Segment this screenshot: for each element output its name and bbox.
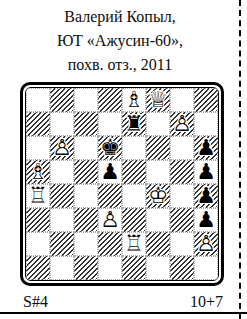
square-e1 bbox=[122, 256, 146, 280]
page-bottom-rule bbox=[0, 312, 247, 314]
piece-glyph: ♙ bbox=[50, 136, 74, 160]
square-c3 bbox=[74, 208, 98, 232]
square-h6: ♟♟ bbox=[194, 136, 218, 160]
piece-glyph: ♜ bbox=[122, 112, 146, 136]
square-g3 bbox=[170, 208, 194, 232]
square-g5 bbox=[170, 160, 194, 184]
chess-board: ♝♗♛♕♜♜♟♙♟♙♚♚♟♟♝♗♟♟♟♟♜♖♚♔♟♟♟♙♟♟♜♖♟♙ bbox=[20, 82, 224, 286]
square-f8: ♛♕ bbox=[146, 88, 170, 112]
chess-board-grid: ♝♗♛♕♜♜♟♙♟♙♚♚♟♟♝♗♟♟♟♟♜♖♚♔♟♟♟♙♟♟♜♖♟♙ bbox=[26, 88, 218, 280]
problem-diagram-page: Валерий Копыл, ЮТ «Ажусин-60», похв. отз… bbox=[0, 0, 247, 319]
piece-bP-h6: ♟♟ bbox=[194, 136, 218, 160]
square-f6 bbox=[146, 136, 170, 160]
square-a2 bbox=[26, 232, 50, 256]
square-h5: ♟♟ bbox=[194, 160, 218, 184]
square-h4: ♟♟ bbox=[194, 184, 218, 208]
square-e8: ♝♗ bbox=[122, 88, 146, 112]
piece-wB-e8: ♝♗ bbox=[122, 88, 146, 112]
square-e4 bbox=[122, 184, 146, 208]
piece-glyph: ♔ bbox=[146, 184, 170, 208]
square-a6 bbox=[26, 136, 50, 160]
square-b5 bbox=[50, 160, 74, 184]
piece-glyph: ♖ bbox=[26, 184, 50, 208]
piece-glyph: ♙ bbox=[170, 112, 194, 136]
square-f4: ♚♔ bbox=[146, 184, 170, 208]
square-c7 bbox=[74, 112, 98, 136]
piece-glyph: ♟ bbox=[98, 160, 122, 184]
square-d7 bbox=[98, 112, 122, 136]
square-h2: ♟♙ bbox=[194, 232, 218, 256]
square-g4 bbox=[170, 184, 194, 208]
piece-glyph: ♚ bbox=[98, 136, 122, 160]
square-f3 bbox=[146, 208, 170, 232]
piece-glyph: ♕ bbox=[146, 88, 170, 112]
square-c2 bbox=[74, 232, 98, 256]
square-b6: ♟♙ bbox=[50, 136, 74, 160]
problem-title: Валерий Копыл, ЮТ «Ажусин-60», похв. отз… bbox=[0, 5, 240, 77]
square-a8 bbox=[26, 88, 50, 112]
square-f1 bbox=[146, 256, 170, 280]
square-e5 bbox=[122, 160, 146, 184]
piece-glyph: ♟ bbox=[194, 208, 218, 232]
piece-wQ-f8: ♛♕ bbox=[146, 88, 170, 112]
square-a1 bbox=[26, 256, 50, 280]
square-g2 bbox=[170, 232, 194, 256]
square-g8 bbox=[170, 88, 194, 112]
piece-wB-a5: ♝♗ bbox=[26, 160, 50, 184]
square-e2: ♜♖ bbox=[122, 232, 146, 256]
square-b7 bbox=[50, 112, 74, 136]
title-award-line: похв. отз., 2011 bbox=[0, 53, 240, 77]
square-f5 bbox=[146, 160, 170, 184]
title-source-line: ЮТ «Ажусин-60», bbox=[0, 29, 240, 53]
square-e6 bbox=[122, 136, 146, 160]
piece-bP-h5: ♟♟ bbox=[194, 160, 218, 184]
piece-glyph: ♟ bbox=[194, 136, 218, 160]
piece-glyph: ♙ bbox=[98, 208, 122, 232]
square-g7: ♟♙ bbox=[170, 112, 194, 136]
square-c4 bbox=[74, 184, 98, 208]
piece-glyph: ♟ bbox=[194, 184, 218, 208]
square-f2 bbox=[146, 232, 170, 256]
square-h1 bbox=[194, 256, 218, 280]
title-author-line: Валерий Копыл, bbox=[0, 5, 240, 29]
square-d4 bbox=[98, 184, 122, 208]
square-g6 bbox=[170, 136, 194, 160]
square-c1 bbox=[74, 256, 98, 280]
square-h3: ♟♟ bbox=[194, 208, 218, 232]
square-d5: ♟♟ bbox=[98, 160, 122, 184]
square-a4: ♜♖ bbox=[26, 184, 50, 208]
square-b3 bbox=[50, 208, 74, 232]
piece-bR-e7: ♜♜ bbox=[122, 112, 146, 136]
square-c8 bbox=[74, 88, 98, 112]
square-g1 bbox=[170, 256, 194, 280]
square-b1 bbox=[50, 256, 74, 280]
square-b8 bbox=[50, 88, 74, 112]
piece-wP-b6: ♟♙ bbox=[50, 136, 74, 160]
caption-row: S#4 10+7 bbox=[23, 292, 223, 312]
square-e7: ♜♜ bbox=[122, 112, 146, 136]
piece-bP-d5: ♟♟ bbox=[98, 160, 122, 184]
square-a5: ♝♗ bbox=[26, 160, 50, 184]
piece-bP-h4: ♟♟ bbox=[194, 184, 218, 208]
piece-wR-a4: ♜♖ bbox=[26, 184, 50, 208]
chess-board-inner-frame: ♝♗♛♕♜♜♟♙♟♙♚♚♟♟♝♗♟♟♟♟♜♖♚♔♟♟♟♙♟♟♜♖♟♙ bbox=[25, 87, 219, 281]
piece-wP-d3: ♟♙ bbox=[98, 208, 122, 232]
square-h8 bbox=[194, 88, 218, 112]
piece-glyph: ♟ bbox=[194, 160, 218, 184]
piece-bK-d6: ♚♚ bbox=[98, 136, 122, 160]
square-d8 bbox=[98, 88, 122, 112]
square-f7 bbox=[146, 112, 170, 136]
piece-wP-g7: ♟♙ bbox=[170, 112, 194, 136]
square-d2 bbox=[98, 232, 122, 256]
piece-wP-h2: ♟♙ bbox=[194, 232, 218, 256]
piece-bP-h3: ♟♟ bbox=[194, 208, 218, 232]
piece-glyph: ♗ bbox=[26, 160, 50, 184]
square-b4 bbox=[50, 184, 74, 208]
square-a3 bbox=[26, 208, 50, 232]
piece-wR-e2: ♜♖ bbox=[122, 232, 146, 256]
piece-wK-f4: ♚♔ bbox=[146, 184, 170, 208]
square-b2 bbox=[50, 232, 74, 256]
stipulation-label: S#4 bbox=[23, 292, 48, 312]
material-count-label: 10+7 bbox=[190, 292, 223, 312]
piece-glyph: ♖ bbox=[122, 232, 146, 256]
square-d3: ♟♙ bbox=[98, 208, 122, 232]
piece-glyph: ♙ bbox=[194, 232, 218, 256]
square-c6 bbox=[74, 136, 98, 160]
square-a7 bbox=[26, 112, 50, 136]
square-e3 bbox=[122, 208, 146, 232]
square-d6: ♚♚ bbox=[98, 136, 122, 160]
square-c5 bbox=[74, 160, 98, 184]
square-h7 bbox=[194, 112, 218, 136]
square-d1 bbox=[98, 256, 122, 280]
piece-glyph: ♗ bbox=[122, 88, 146, 112]
